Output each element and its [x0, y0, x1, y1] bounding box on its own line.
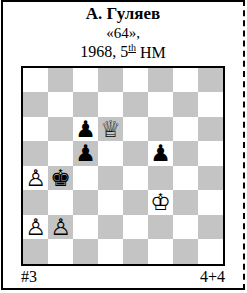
square-e6[interactable] [123, 117, 148, 142]
square-g3[interactable] [173, 190, 198, 215]
black-king-b4: ♚ [50, 166, 71, 191]
white-king-f3: ♔ [150, 190, 171, 215]
stipulation-label: #3 [21, 268, 37, 286]
black-pawn-c6: ♟ [75, 117, 96, 142]
white-pawn-b2: ♙ [50, 215, 71, 240]
square-f7[interactable] [148, 92, 173, 117]
black-pawn-f5: ♟ [150, 141, 171, 166]
square-b7[interactable] [48, 92, 73, 117]
material-count-label: 4+4 [200, 268, 225, 286]
square-a8[interactable] [23, 68, 48, 93]
square-f2[interactable] [148, 215, 173, 240]
square-g4[interactable] [173, 166, 198, 191]
square-d6[interactable]: ♕ [98, 117, 123, 142]
square-d7[interactable] [98, 92, 123, 117]
square-f5[interactable]: ♟ [148, 141, 173, 166]
square-f6[interactable] [148, 117, 173, 142]
square-h8[interactable] [198, 68, 223, 93]
square-a7[interactable] [23, 92, 48, 117]
square-b3[interactable] [48, 190, 73, 215]
square-h6[interactable] [198, 117, 223, 142]
square-b6[interactable] [48, 117, 73, 142]
square-e2[interactable] [123, 215, 148, 240]
square-a3[interactable] [23, 190, 48, 215]
square-h4[interactable] [198, 166, 223, 191]
white-pawn-a4: ♙ [25, 166, 46, 191]
square-f1[interactable] [148, 239, 173, 264]
square-e8[interactable] [123, 68, 148, 93]
author-name: А. Гуляев [3, 4, 243, 24]
square-f4[interactable] [148, 166, 173, 191]
chess-board: ♟♕♟♟♙♚♔♙♙ [21, 66, 225, 266]
square-h2[interactable] [198, 215, 223, 240]
award-text: HM [140, 44, 166, 61]
square-a1[interactable] [23, 239, 48, 264]
square-b8[interactable] [48, 68, 73, 93]
square-h3[interactable] [198, 190, 223, 215]
square-g2[interactable] [173, 215, 198, 240]
caption-row: #3 4+4 [21, 268, 225, 286]
square-a6[interactable] [23, 117, 48, 142]
square-c3[interactable] [73, 190, 98, 215]
square-h5[interactable] [198, 141, 223, 166]
square-d5[interactable] [98, 141, 123, 166]
problem-card: А. Гуляев «64», 1968, 5thHM ♟♕♟♟♙♚♔♙♙ #3… [1, 0, 245, 290]
square-d2[interactable] [98, 215, 123, 240]
source-name: «64», [3, 24, 243, 42]
year-award-line: 1968, 5thHM [3, 42, 243, 62]
square-c1[interactable] [73, 239, 98, 264]
square-e7[interactable] [123, 92, 148, 117]
square-g7[interactable] [173, 92, 198, 117]
problem-header: А. Гуляев «64», 1968, 5thHM [3, 2, 243, 62]
square-e4[interactable] [123, 166, 148, 191]
square-g8[interactable] [173, 68, 198, 93]
square-e5[interactable] [123, 141, 148, 166]
square-b2[interactable]: ♙ [48, 215, 73, 240]
square-e1[interactable] [123, 239, 148, 264]
square-g5[interactable] [173, 141, 198, 166]
white-queen-d6: ♕ [100, 117, 121, 142]
square-f8[interactable] [148, 68, 173, 93]
square-g6[interactable] [173, 117, 198, 142]
black-pawn-c5: ♟ [75, 141, 96, 166]
white-pawn-a2: ♙ [25, 215, 46, 240]
ordinal-suffix: th [128, 42, 136, 53]
square-a5[interactable] [23, 141, 48, 166]
square-c2[interactable] [73, 215, 98, 240]
square-g1[interactable] [173, 239, 198, 264]
square-b1[interactable] [48, 239, 73, 264]
year-text: 1968, 5 [80, 44, 128, 61]
square-c8[interactable] [73, 68, 98, 93]
square-e3[interactable] [123, 190, 148, 215]
square-h1[interactable] [198, 239, 223, 264]
square-c5[interactable]: ♟ [73, 141, 98, 166]
square-d3[interactable] [98, 190, 123, 215]
square-d1[interactable] [98, 239, 123, 264]
square-h7[interactable] [198, 92, 223, 117]
square-a2[interactable]: ♙ [23, 215, 48, 240]
square-c4[interactable] [73, 166, 98, 191]
square-b4[interactable]: ♚ [48, 166, 73, 191]
square-a4[interactable]: ♙ [23, 166, 48, 191]
square-d8[interactable] [98, 68, 123, 93]
square-b5[interactable] [48, 141, 73, 166]
square-f3[interactable]: ♔ [148, 190, 173, 215]
square-d4[interactable] [98, 166, 123, 191]
square-c6[interactable]: ♟ [73, 117, 98, 142]
square-c7[interactable] [73, 92, 98, 117]
